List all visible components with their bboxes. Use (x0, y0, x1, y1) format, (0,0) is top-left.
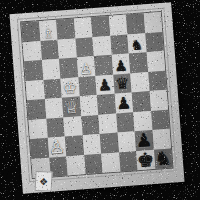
white-king-c5[interactable]: ♔ (61, 81, 80, 98)
black-pawn-f4[interactable]: ♟ (114, 95, 133, 113)
square-a6[interactable] (24, 60, 43, 81)
maker-stamp: ❖ (35, 171, 53, 192)
square-h8[interactable] (143, 12, 162, 33)
square-c7[interactable] (57, 38, 76, 59)
square-e4[interactable] (97, 94, 116, 115)
square-b6[interactable] (41, 59, 60, 80)
square-a8[interactable] (21, 21, 40, 42)
white-pawn-b2[interactable]: ♙ (47, 138, 66, 158)
square-b4[interactable] (44, 98, 63, 119)
square-g6[interactable] (129, 52, 148, 73)
square-d7[interactable] (75, 37, 94, 58)
square-e6[interactable] (94, 55, 113, 76)
square-f7[interactable] (110, 34, 129, 55)
white-pawn-d6[interactable]: ♙ (77, 61, 96, 77)
square-b3[interactable] (46, 117, 65, 138)
square-g4[interactable] (132, 91, 151, 112)
board-frame: ⋯⋯⋯ ♗♞♙♟♔♟♛♕♟♙♟♚♞ ❖ (9, 2, 184, 194)
square-f8[interactable] (108, 15, 127, 36)
square-g8[interactable] (126, 13, 145, 34)
square-f2[interactable] (117, 131, 136, 152)
square-b5[interactable] (43, 78, 62, 99)
square-h6[interactable] (146, 51, 165, 72)
square-h1[interactable]: ♞ (154, 148, 173, 169)
square-f4[interactable]: ♟ (114, 92, 133, 113)
white-queen-c4[interactable]: ♕ (62, 99, 81, 117)
square-d4[interactable] (79, 95, 98, 116)
square-h4[interactable] (149, 90, 168, 111)
square-f1[interactable] (119, 151, 138, 172)
square-d8[interactable] (73, 17, 92, 38)
square-e7[interactable] (92, 35, 111, 56)
chessboard-photo: ⋯⋯⋯ ♗♞♙♟♔♟♛♕♟♙♟♚♞ ❖ (0, 0, 200, 200)
square-b2[interactable]: ♙ (47, 137, 66, 158)
square-c3[interactable] (63, 116, 82, 137)
square-f5[interactable]: ♛ (113, 73, 132, 94)
board-grid: ♗♞♙♟♔♟♛♕♟♙♟♚♞ (21, 12, 172, 178)
square-a3[interactable] (28, 118, 47, 139)
square-c6[interactable] (59, 57, 78, 78)
square-b8[interactable]: ♗ (39, 20, 58, 41)
square-h7[interactable] (145, 31, 164, 52)
black-pawn-f6[interactable]: ♟ (112, 58, 131, 74)
black-knight-h1[interactable]: ♞ (154, 148, 173, 168)
square-d3[interactable] (81, 114, 100, 135)
square-h5[interactable] (148, 70, 167, 91)
square-d5[interactable] (78, 76, 97, 97)
square-e1[interactable] (101, 152, 120, 173)
square-c5[interactable]: ♔ (60, 77, 79, 98)
square-c8[interactable] (56, 19, 75, 40)
square-d1[interactable] (84, 153, 103, 174)
square-g5[interactable] (130, 72, 149, 93)
square-c1[interactable] (66, 155, 85, 176)
square-a7[interactable] (23, 41, 42, 62)
square-d2[interactable] (82, 134, 101, 155)
square-c2[interactable] (65, 135, 84, 156)
square-g3[interactable] (133, 111, 152, 132)
square-a5[interactable] (26, 79, 45, 100)
square-e3[interactable] (98, 113, 117, 134)
square-a2[interactable] (30, 138, 49, 159)
square-g7[interactable]: ♞ (127, 33, 146, 54)
square-h3[interactable] (151, 109, 170, 130)
square-e8[interactable] (91, 16, 110, 37)
black-king-g1[interactable]: ♚ (136, 150, 155, 170)
square-b7[interactable] (40, 39, 59, 60)
square-e5[interactable]: ♟ (95, 74, 114, 95)
square-c4[interactable]: ♕ (62, 96, 81, 117)
square-f6[interactable]: ♟ (111, 53, 130, 74)
square-g1[interactable]: ♚ (136, 149, 155, 170)
black-pawn-e5[interactable]: ♟ (96, 78, 115, 95)
square-d6[interactable]: ♙ (76, 56, 95, 77)
black-queen-f5[interactable]: ♛ (113, 77, 132, 94)
square-e2[interactable] (100, 133, 119, 154)
black-knight-g7[interactable]: ♞ (128, 38, 146, 53)
square-a4[interactable] (27, 99, 46, 120)
square-f3[interactable] (116, 112, 135, 133)
chess-board: ♗♞♙♟♔♟♛♕♟♙♟♚♞ (20, 11, 173, 179)
